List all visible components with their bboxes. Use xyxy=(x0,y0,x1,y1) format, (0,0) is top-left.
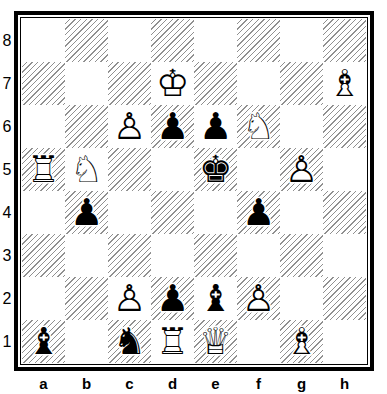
square-c5[interactable] xyxy=(108,148,151,191)
square-f4[interactable]: ♟♟ xyxy=(237,191,280,234)
square-a2[interactable] xyxy=(22,277,65,320)
black-pawn-icon: ♟ xyxy=(151,277,194,320)
square-g1[interactable]: ♝♗ xyxy=(280,320,323,363)
rank-label-5: 5 xyxy=(0,148,14,191)
square-h6[interactable] xyxy=(323,105,366,148)
piece-black-king-e5[interactable]: ♚♚ xyxy=(194,148,237,191)
square-f5[interactable] xyxy=(237,148,280,191)
white-rook-icon: ♖ xyxy=(22,148,65,191)
file-labels: abcdefgh xyxy=(22,373,366,393)
white-bishop-icon: ♗ xyxy=(323,62,366,105)
rank-label-2: 2 xyxy=(0,277,14,320)
square-d8[interactable] xyxy=(151,19,194,62)
piece-white-pawn-g5[interactable]: ♟♙ xyxy=(280,148,323,191)
file-label-f: f xyxy=(237,373,280,393)
piece-white-pawn-c6[interactable]: ♟♙ xyxy=(108,105,151,148)
file-label-g: g xyxy=(280,373,323,393)
square-b2[interactable] xyxy=(65,277,108,320)
square-e6[interactable]: ♟♟ xyxy=(194,105,237,148)
piece-black-knight-c1[interactable]: ♞♞ xyxy=(108,320,151,363)
white-pawn-icon: ♙ xyxy=(108,277,151,320)
square-h4[interactable] xyxy=(323,191,366,234)
black-pawn-icon: ♟ xyxy=(151,105,194,148)
square-g7[interactable] xyxy=(280,62,323,105)
piece-black-pawn-f4[interactable]: ♟♟ xyxy=(237,191,280,234)
square-c1[interactable]: ♞♞ xyxy=(108,320,151,363)
square-b1[interactable] xyxy=(65,320,108,363)
piece-white-rook-d1[interactable]: ♜♖ xyxy=(151,320,194,363)
piece-white-pawn-c2[interactable]: ♟♙ xyxy=(108,277,151,320)
piece-white-rook-a5[interactable]: ♜♖ xyxy=(22,148,65,191)
rank-label-3: 3 xyxy=(0,234,14,277)
square-g5[interactable]: ♟♙ xyxy=(280,148,323,191)
rank-label-4: 4 xyxy=(0,191,14,234)
square-d5[interactable] xyxy=(151,148,194,191)
black-pawn-icon: ♟ xyxy=(237,191,280,234)
white-pawn-icon: ♙ xyxy=(280,148,323,191)
square-f7[interactable] xyxy=(237,62,280,105)
white-pawn-icon: ♙ xyxy=(237,277,280,320)
square-d4[interactable] xyxy=(151,191,194,234)
square-h1[interactable] xyxy=(323,320,366,363)
piece-black-pawn-b4[interactable]: ♟♟ xyxy=(65,191,108,234)
square-g6[interactable] xyxy=(280,105,323,148)
square-b4[interactable]: ♟♟ xyxy=(65,191,108,234)
rank-labels: 87654321 xyxy=(0,19,14,363)
square-g3[interactable] xyxy=(280,234,323,277)
black-bishop-icon: ♝ xyxy=(22,320,65,363)
square-g4[interactable] xyxy=(280,191,323,234)
square-d3[interactable] xyxy=(151,234,194,277)
piece-black-pawn-d6[interactable]: ♟♟ xyxy=(151,105,194,148)
board-grid: ♚♔♝♗♟♙♟♟♟♟♞♘♜♖♞♘♚♚♟♙♟♟♟♟♟♙♟♟♝♝♟♙♝♝♞♞♜♖♛♕… xyxy=(22,19,366,363)
square-f3[interactable] xyxy=(237,234,280,277)
square-g8[interactable] xyxy=(280,19,323,62)
white-queen-icon: ♕ xyxy=(194,320,237,363)
square-c6[interactable]: ♟♙ xyxy=(108,105,151,148)
square-c2[interactable]: ♟♙ xyxy=(108,277,151,320)
square-b6[interactable] xyxy=(65,105,108,148)
square-d6[interactable]: ♟♟ xyxy=(151,105,194,148)
square-b7[interactable] xyxy=(65,62,108,105)
square-a8[interactable] xyxy=(22,19,65,62)
square-a5[interactable]: ♜♖ xyxy=(22,148,65,191)
file-label-a: a xyxy=(22,373,65,393)
rank-label-1: 1 xyxy=(0,320,14,363)
file-label-h: h xyxy=(323,373,366,393)
square-a6[interactable] xyxy=(22,105,65,148)
square-h5[interactable] xyxy=(323,148,366,191)
file-label-b: b xyxy=(65,373,108,393)
square-f6[interactable]: ♞♘ xyxy=(237,105,280,148)
square-a3[interactable] xyxy=(22,234,65,277)
square-h8[interactable] xyxy=(323,19,366,62)
square-h3[interactable] xyxy=(323,234,366,277)
rank-label-7: 7 xyxy=(0,62,14,105)
white-pawn-icon: ♙ xyxy=(108,105,151,148)
piece-black-pawn-d2[interactable]: ♟♟ xyxy=(151,277,194,320)
piece-white-queen-e1[interactable]: ♛♕ xyxy=(194,320,237,363)
white-knight-icon: ♘ xyxy=(65,148,108,191)
piece-white-bishop-g1[interactable]: ♝♗ xyxy=(280,320,323,363)
square-e3[interactable] xyxy=(194,234,237,277)
white-king-icon: ♔ xyxy=(151,62,194,105)
square-c7[interactable] xyxy=(108,62,151,105)
piece-white-bishop-h7[interactable]: ♝♗ xyxy=(323,62,366,105)
square-c4[interactable] xyxy=(108,191,151,234)
square-g2[interactable] xyxy=(280,277,323,320)
file-label-c: c xyxy=(108,373,151,393)
square-f2[interactable]: ♟♙ xyxy=(237,277,280,320)
white-rook-icon: ♖ xyxy=(151,320,194,363)
square-h7[interactable]: ♝♗ xyxy=(323,62,366,105)
square-b5[interactable]: ♞♘ xyxy=(65,148,108,191)
white-bishop-icon: ♗ xyxy=(280,320,323,363)
square-e7[interactable] xyxy=(194,62,237,105)
chess-diagram: 87654321 ♚♔♝♗♟♙♟♟♟♟♞♘♜♖♞♘♚♚♟♙♟♟♟♟♟♙♟♟♝♝♟… xyxy=(0,0,387,394)
square-e8[interactable] xyxy=(194,19,237,62)
square-b8[interactable] xyxy=(65,19,108,62)
file-label-d: d xyxy=(151,373,194,393)
rank-label-6: 6 xyxy=(0,105,14,148)
board-inner-frame: ♚♔♝♗♟♙♟♟♟♟♞♘♜♖♞♘♚♚♟♙♟♟♟♟♟♙♟♟♝♝♟♙♝♝♞♞♜♖♛♕… xyxy=(20,17,368,365)
square-e5[interactable]: ♚♚ xyxy=(194,148,237,191)
piece-black-pawn-e6[interactable]: ♟♟ xyxy=(194,105,237,148)
square-f8[interactable] xyxy=(237,19,280,62)
black-king-icon: ♚ xyxy=(194,148,237,191)
square-f1[interactable] xyxy=(237,320,280,363)
file-label-e: e xyxy=(194,373,237,393)
piece-white-knight-f6[interactable]: ♞♘ xyxy=(237,105,280,148)
piece-white-knight-b5[interactable]: ♞♘ xyxy=(65,148,108,191)
black-pawn-icon: ♟ xyxy=(65,191,108,234)
white-knight-icon: ♘ xyxy=(237,105,280,148)
piece-white-pawn-f2[interactable]: ♟♙ xyxy=(237,277,280,320)
square-d1[interactable]: ♜♖ xyxy=(151,320,194,363)
piece-white-king-d7[interactable]: ♚♔ xyxy=(151,62,194,105)
square-d7[interactable]: ♚♔ xyxy=(151,62,194,105)
square-c8[interactable] xyxy=(108,19,151,62)
square-d2[interactable]: ♟♟ xyxy=(151,277,194,320)
black-pawn-icon: ♟ xyxy=(194,105,237,148)
square-e1[interactable]: ♛♕ xyxy=(194,320,237,363)
square-a1[interactable]: ♝♝ xyxy=(22,320,65,363)
piece-black-bishop-a1[interactable]: ♝♝ xyxy=(22,320,65,363)
square-e2[interactable]: ♝♝ xyxy=(194,277,237,320)
square-h2[interactable] xyxy=(323,277,366,320)
black-knight-icon: ♞ xyxy=(108,320,151,363)
rank-label-8: 8 xyxy=(0,19,14,62)
square-a7[interactable] xyxy=(22,62,65,105)
square-b3[interactable] xyxy=(65,234,108,277)
square-a4[interactable] xyxy=(22,191,65,234)
chess-board: ♚♔♝♗♟♙♟♟♟♟♞♘♜♖♞♘♚♚♟♙♟♟♟♟♟♙♟♟♝♝♟♙♝♝♞♞♜♖♛♕… xyxy=(14,11,374,371)
square-e4[interactable] xyxy=(194,191,237,234)
square-c3[interactable] xyxy=(108,234,151,277)
black-bishop-icon: ♝ xyxy=(194,277,237,320)
piece-black-bishop-e2[interactable]: ♝♝ xyxy=(194,277,237,320)
